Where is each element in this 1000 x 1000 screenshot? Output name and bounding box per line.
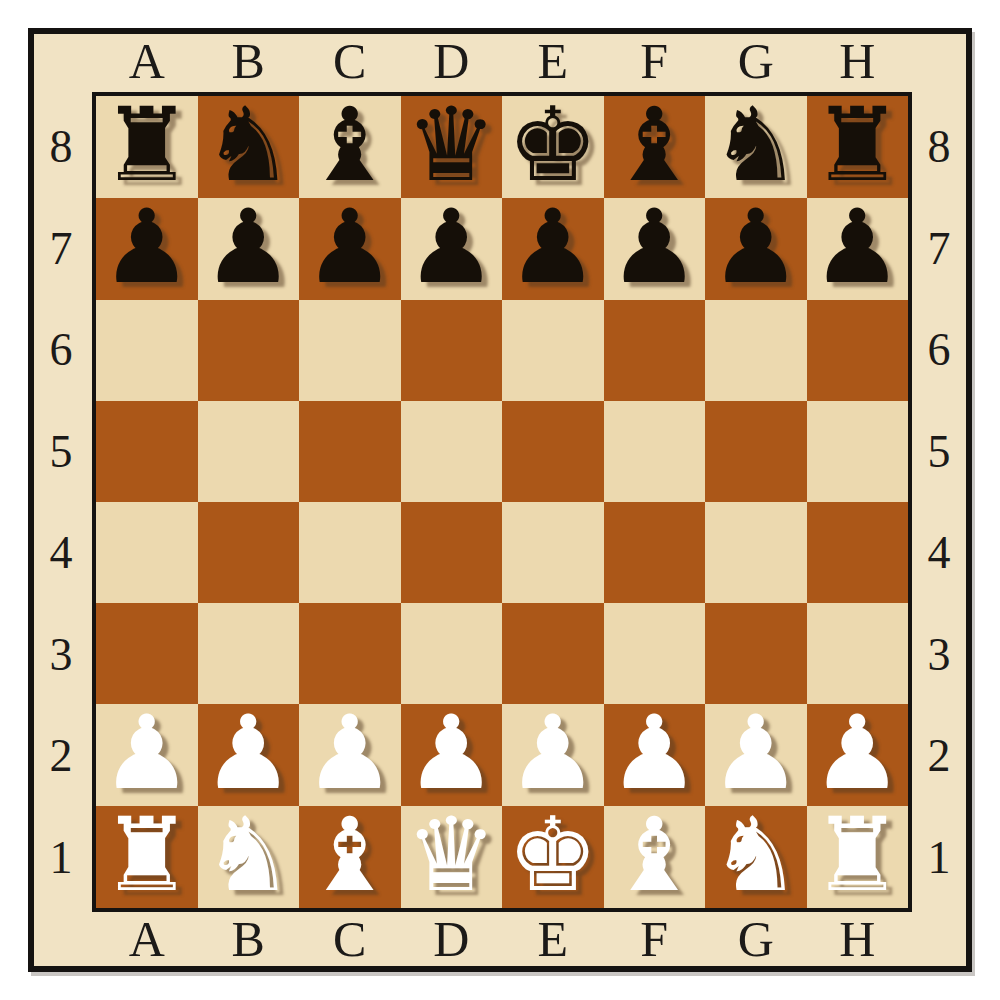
black-rook[interactable]: ♜ [101, 94, 192, 196]
square-b7[interactable]: ♟ [198, 198, 300, 300]
square-d6[interactable] [401, 300, 503, 401]
square-f5[interactable] [604, 401, 706, 502]
black-bishop[interactable]: ♝ [304, 94, 395, 196]
file-label: D [401, 32, 503, 90]
file-label: E [502, 910, 604, 968]
square-e2[interactable]: ♟ [502, 704, 604, 806]
white-pawn[interactable]: ♟ [812, 702, 903, 804]
file-label: C [299, 910, 401, 968]
rank-labels-left: 87654321 [32, 96, 90, 908]
file-label: F [604, 910, 706, 968]
square-g4[interactable] [705, 502, 807, 603]
square-b2[interactable]: ♟ [198, 704, 300, 806]
square-g2[interactable]: ♟ [705, 704, 807, 806]
square-f1[interactable]: ♝ [604, 806, 706, 908]
black-pawn[interactable]: ♟ [507, 196, 598, 298]
file-label: H [807, 910, 909, 968]
file-label: H [807, 32, 909, 90]
square-a8[interactable]: ♜ [96, 96, 198, 198]
white-pawn[interactable]: ♟ [406, 702, 497, 804]
square-f3[interactable] [604, 603, 706, 704]
square-c5[interactable] [299, 401, 401, 502]
rank-label: 6 [910, 299, 968, 401]
square-h3[interactable] [807, 603, 909, 704]
file-label: C [299, 32, 401, 90]
rank-label: 3 [32, 604, 90, 706]
square-b3[interactable] [198, 603, 300, 704]
square-d2[interactable]: ♟ [401, 704, 503, 806]
square-b4[interactable] [198, 502, 300, 603]
square-e8[interactable]: ♚ [502, 96, 604, 198]
square-d1[interactable]: ♛ [401, 806, 503, 908]
black-rook[interactable]: ♜ [812, 94, 903, 196]
square-e5[interactable] [502, 401, 604, 502]
square-h5[interactable] [807, 401, 909, 502]
black-queen[interactable]: ♛ [406, 94, 497, 196]
white-pawn[interactable]: ♟ [101, 702, 192, 804]
file-label: F [604, 32, 706, 90]
rank-label: 8 [910, 96, 968, 198]
rank-label: 7 [32, 198, 90, 300]
chessboard-diagram: ABCDEFGH ABCDEFGH 87654321 87654321 ♜♞♝♛… [0, 0, 1000, 1000]
black-bishop[interactable]: ♝ [609, 94, 700, 196]
black-king[interactable]: ♚ [507, 94, 598, 196]
square-b6[interactable] [198, 300, 300, 401]
rank-label: 5 [32, 401, 90, 503]
white-bishop[interactable]: ♝ [609, 804, 700, 906]
white-pawn[interactable]: ♟ [710, 702, 801, 804]
rank-label: 7 [910, 198, 968, 300]
rank-labels-right: 87654321 [910, 96, 968, 908]
square-g3[interactable] [705, 603, 807, 704]
square-h6[interactable] [807, 300, 909, 401]
square-a1[interactable]: ♜ [96, 806, 198, 908]
square-h1[interactable]: ♜ [807, 806, 909, 908]
white-knight[interactable]: ♞ [203, 804, 294, 906]
square-a5[interactable] [96, 401, 198, 502]
square-h2[interactable]: ♟ [807, 704, 909, 806]
white-king[interactable]: ♚ [507, 804, 598, 906]
black-pawn[interactable]: ♟ [406, 196, 497, 298]
square-f8[interactable]: ♝ [604, 96, 706, 198]
white-pawn[interactable]: ♟ [304, 702, 395, 804]
square-a3[interactable] [96, 603, 198, 704]
square-b5[interactable] [198, 401, 300, 502]
square-d8[interactable]: ♛ [401, 96, 503, 198]
rank-label: 1 [32, 807, 90, 909]
square-c4[interactable] [299, 502, 401, 603]
file-labels-top: ABCDEFGH [96, 32, 908, 90]
file-label: D [401, 910, 503, 968]
square-d4[interactable] [401, 502, 503, 603]
black-pawn[interactable]: ♟ [812, 196, 903, 298]
square-a4[interactable] [96, 502, 198, 603]
black-pawn[interactable]: ♟ [304, 196, 395, 298]
file-label: A [96, 910, 198, 968]
file-label: G [705, 32, 807, 90]
white-rook[interactable]: ♜ [101, 804, 192, 906]
rank-label: 1 [910, 807, 968, 909]
black-knight[interactable]: ♞ [710, 94, 801, 196]
rank-label: 6 [32, 299, 90, 401]
file-label: B [198, 32, 300, 90]
white-pawn[interactable]: ♟ [203, 702, 294, 804]
square-f6[interactable] [604, 300, 706, 401]
rank-label: 4 [32, 502, 90, 604]
square-g5[interactable] [705, 401, 807, 502]
white-knight[interactable]: ♞ [710, 804, 801, 906]
square-f7[interactable]: ♟ [604, 198, 706, 300]
square-c7[interactable]: ♟ [299, 198, 401, 300]
black-pawn[interactable]: ♟ [203, 196, 294, 298]
board: ♜♞♝♛♚♝♞♜♟♟♟♟♟♟♟♟♟♟♟♟♟♟♟♟♜♞♝♛♚♝♞♜ [96, 96, 908, 908]
black-pawn[interactable]: ♟ [609, 196, 700, 298]
square-a2[interactable]: ♟ [96, 704, 198, 806]
square-c8[interactable]: ♝ [299, 96, 401, 198]
square-h7[interactable]: ♟ [807, 198, 909, 300]
rank-label: 5 [910, 401, 968, 503]
square-a6[interactable] [96, 300, 198, 401]
square-e4[interactable] [502, 502, 604, 603]
black-pawn[interactable]: ♟ [101, 196, 192, 298]
file-label: A [96, 32, 198, 90]
square-d3[interactable] [401, 603, 503, 704]
square-d7[interactable]: ♟ [401, 198, 503, 300]
file-label: E [502, 32, 604, 90]
black-knight[interactable]: ♞ [203, 94, 294, 196]
square-b8[interactable]: ♞ [198, 96, 300, 198]
square-f2[interactable]: ♟ [604, 704, 706, 806]
square-g6[interactable] [705, 300, 807, 401]
square-h8[interactable]: ♜ [807, 96, 909, 198]
white-pawn[interactable]: ♟ [507, 702, 598, 804]
black-pawn[interactable]: ♟ [710, 196, 801, 298]
file-label: G [705, 910, 807, 968]
rank-label: 4 [910, 502, 968, 604]
square-e6[interactable] [502, 300, 604, 401]
square-d5[interactable] [401, 401, 503, 502]
file-label: B [198, 910, 300, 968]
rank-label: 8 [32, 96, 90, 198]
white-pawn[interactable]: ♟ [609, 702, 700, 804]
square-h4[interactable] [807, 502, 909, 603]
square-c1[interactable]: ♝ [299, 806, 401, 908]
rank-label: 3 [910, 604, 968, 706]
square-e7[interactable]: ♟ [502, 198, 604, 300]
square-a7[interactable]: ♟ [96, 198, 198, 300]
square-e3[interactable] [502, 603, 604, 704]
square-c3[interactable] [299, 603, 401, 704]
white-bishop[interactable]: ♝ [304, 804, 395, 906]
square-c2[interactable]: ♟ [299, 704, 401, 806]
square-e1[interactable]: ♚ [502, 806, 604, 908]
file-labels-bottom: ABCDEFGH [96, 910, 908, 968]
rank-label: 2 [910, 705, 968, 807]
white-queen[interactable]: ♛ [406, 804, 497, 906]
square-g7[interactable]: ♟ [705, 198, 807, 300]
square-g1[interactable]: ♞ [705, 806, 807, 908]
square-b1[interactable]: ♞ [198, 806, 300, 908]
rank-label: 2 [32, 705, 90, 807]
board-frame: ♜♞♝♛♚♝♞♜♟♟♟♟♟♟♟♟♟♟♟♟♟♟♟♟♜♞♝♛♚♝♞♜ [92, 92, 912, 912]
square-g8[interactable]: ♞ [705, 96, 807, 198]
square-c6[interactable] [299, 300, 401, 401]
square-f4[interactable] [604, 502, 706, 603]
white-rook[interactable]: ♜ [812, 804, 903, 906]
